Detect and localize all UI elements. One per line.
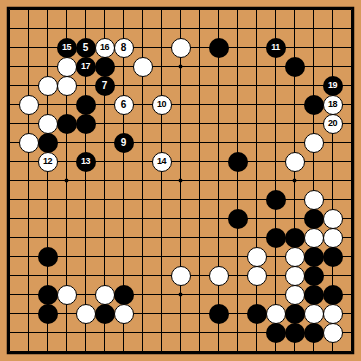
move-number-label: 10 (157, 100, 166, 109)
black-stone-move-19: 19 (323, 76, 343, 96)
black-stone (38, 304, 58, 324)
white-stone (38, 76, 58, 96)
white-stone (19, 133, 39, 153)
black-stone (266, 323, 286, 343)
black-stone (228, 209, 248, 229)
black-stone (38, 285, 58, 305)
move-number-label: 16 (100, 43, 109, 52)
white-stone-move-18: 18 (323, 95, 343, 115)
move-number-label: 9 (121, 138, 127, 148)
white-stone (133, 57, 153, 77)
move-number-label: 8 (121, 43, 127, 53)
white-stone (19, 95, 39, 115)
white-stone (57, 285, 77, 305)
black-stone-move-15: 15 (57, 38, 77, 58)
white-stone (171, 38, 191, 58)
black-stone (285, 228, 305, 248)
move-number-label: 12 (43, 157, 52, 166)
move-number-label: 19 (328, 81, 337, 90)
move-number-label: 5 (83, 43, 89, 53)
black-stone (114, 285, 134, 305)
white-stone (304, 190, 324, 210)
stones-layer: 155168111771961018209121314 (0, 0, 361, 361)
move-number-label: 15 (62, 43, 71, 52)
white-stone (38, 114, 58, 134)
black-stone (285, 304, 305, 324)
black-stone (266, 228, 286, 248)
black-stone-move-5: 5 (76, 38, 96, 58)
move-number-label: 13 (81, 157, 90, 166)
white-stone (247, 247, 267, 267)
white-stone-move-6: 6 (114, 95, 134, 115)
white-stone (323, 304, 343, 324)
black-stone-move-9: 9 (114, 133, 134, 153)
move-number-label: 7 (102, 81, 108, 91)
black-stone (304, 285, 324, 305)
black-stone (304, 95, 324, 115)
white-stone (304, 228, 324, 248)
black-stone-move-17: 17 (76, 57, 96, 77)
white-stone (285, 285, 305, 305)
black-stone (38, 133, 58, 153)
white-stone (76, 304, 96, 324)
move-number-label: 20 (328, 119, 337, 128)
black-stone (209, 38, 229, 58)
move-number-label: 6 (121, 100, 127, 110)
black-stone-move-7: 7 (95, 76, 115, 96)
white-stone-move-20: 20 (323, 114, 343, 134)
white-stone-move-12: 12 (38, 152, 58, 172)
black-stone (323, 285, 343, 305)
white-stone-move-8: 8 (114, 38, 134, 58)
black-stone (304, 247, 324, 267)
white-stone (285, 266, 305, 286)
black-stone (285, 57, 305, 77)
black-stone-move-11: 11 (266, 38, 286, 58)
black-stone (304, 266, 324, 286)
white-stone (304, 133, 324, 153)
white-stone-move-14: 14 (152, 152, 172, 172)
black-stone (95, 304, 115, 324)
white-stone (323, 228, 343, 248)
white-stone-move-10: 10 (152, 95, 172, 115)
black-stone (209, 304, 229, 324)
move-number-label: 11 (271, 43, 280, 52)
black-stone (228, 152, 248, 172)
black-stone (323, 247, 343, 267)
white-stone (209, 266, 229, 286)
black-stone (57, 114, 77, 134)
black-stone (304, 323, 324, 343)
go-diagram: 155168111771961018209121314 (0, 0, 361, 361)
white-stone (171, 266, 191, 286)
white-stone (285, 152, 305, 172)
black-stone-move-13: 13 (76, 152, 96, 172)
white-stone (323, 209, 343, 229)
move-number-label: 17 (81, 62, 90, 71)
black-stone (95, 57, 115, 77)
move-number-label: 14 (157, 157, 166, 166)
move-number-label: 18 (328, 100, 337, 109)
white-stone (57, 76, 77, 96)
white-stone-move-16: 16 (95, 38, 115, 58)
black-stone (285, 323, 305, 343)
white-stone (323, 323, 343, 343)
black-stone (247, 304, 267, 324)
black-stone (76, 95, 96, 115)
white-stone (285, 247, 305, 267)
white-stone (57, 57, 77, 77)
white-stone (247, 266, 267, 286)
black-stone (304, 209, 324, 229)
white-stone (266, 304, 286, 324)
white-stone (95, 285, 115, 305)
black-stone (38, 247, 58, 267)
black-stone (76, 114, 96, 134)
white-stone (114, 304, 134, 324)
white-stone (304, 304, 324, 324)
go-board[interactable]: 155168111771961018209121314 (0, 0, 361, 361)
black-stone (266, 190, 286, 210)
